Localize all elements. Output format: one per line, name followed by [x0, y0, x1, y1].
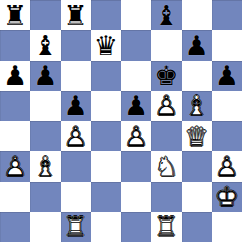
white-king-piece[interactable]: ♚: [215, 183, 239, 210]
square-f6[interactable]: ♚: [151, 61, 181, 91]
square-d4[interactable]: [91, 121, 121, 151]
square-e5[interactable]: ♟: [121, 91, 151, 121]
white-pawn-piece[interactable]: ♟: [64, 123, 88, 150]
white-bishop-piece[interactable]: ♝: [33, 153, 57, 180]
square-f7[interactable]: [151, 30, 181, 60]
square-a7[interactable]: [0, 30, 30, 60]
square-a3[interactable]: ♟: [0, 151, 30, 181]
white-queen-piece[interactable]: ♛: [185, 123, 209, 150]
white-pawn-piece[interactable]: ♟: [124, 123, 148, 150]
square-g3[interactable]: [182, 151, 212, 181]
square-b8[interactable]: [30, 0, 60, 30]
chess-board: ♜♜♝♝♛♟♟♟♚♟♟♟♟♝♟♟♛♟♝♞♟♚♜♜: [0, 0, 242, 242]
square-a4[interactable]: [0, 121, 30, 151]
black-rook-piece[interactable]: ♜: [3, 2, 27, 29]
white-pawn-piece[interactable]: ♟: [215, 153, 239, 180]
black-queen-piece[interactable]: ♛: [94, 32, 118, 59]
square-b4[interactable]: [30, 121, 60, 151]
square-c5[interactable]: ♟: [61, 91, 91, 121]
square-d2[interactable]: [91, 182, 121, 212]
square-h3[interactable]: ♟: [212, 151, 242, 181]
square-e6[interactable]: [121, 61, 151, 91]
square-h6[interactable]: ♟: [212, 61, 242, 91]
white-pawn-piece[interactable]: ♟: [3, 153, 27, 180]
square-g6[interactable]: [182, 61, 212, 91]
square-g8[interactable]: [182, 0, 212, 30]
square-a1[interactable]: [0, 212, 30, 242]
square-h4[interactable]: [212, 121, 242, 151]
white-pawn-piece[interactable]: ♟: [154, 92, 178, 119]
square-c3[interactable]: [61, 151, 91, 181]
square-b7[interactable]: ♝: [30, 30, 60, 60]
square-d1[interactable]: [91, 212, 121, 242]
square-f3[interactable]: ♞: [151, 151, 181, 181]
white-knight-piece[interactable]: ♞: [154, 153, 178, 180]
square-d5[interactable]: [91, 91, 121, 121]
square-d6[interactable]: [91, 61, 121, 91]
black-king-piece[interactable]: ♚: [154, 62, 178, 89]
square-a2[interactable]: [0, 182, 30, 212]
black-pawn-piece[interactable]: ♟: [215, 62, 239, 89]
square-g5[interactable]: ♝: [182, 91, 212, 121]
square-f2[interactable]: [151, 182, 181, 212]
square-e1[interactable]: [121, 212, 151, 242]
black-pawn-piece[interactable]: ♟: [185, 32, 209, 59]
square-g7[interactable]: ♟: [182, 30, 212, 60]
square-e8[interactable]: [121, 0, 151, 30]
black-pawn-piece[interactable]: ♟: [33, 62, 57, 89]
square-h8[interactable]: [212, 0, 242, 30]
square-b2[interactable]: [30, 182, 60, 212]
white-bishop-piece[interactable]: ♝: [185, 92, 209, 119]
square-f8[interactable]: ♝: [151, 0, 181, 30]
square-d7[interactable]: ♛: [91, 30, 121, 60]
square-f1[interactable]: ♜: [151, 212, 181, 242]
square-d3[interactable]: [91, 151, 121, 181]
square-h5[interactable]: [212, 91, 242, 121]
square-c7[interactable]: [61, 30, 91, 60]
black-bishop-piece[interactable]: ♝: [154, 2, 178, 29]
square-h2[interactable]: ♚: [212, 182, 242, 212]
square-c6[interactable]: [61, 61, 91, 91]
square-b3[interactable]: ♝: [30, 151, 60, 181]
square-c4[interactable]: ♟: [61, 121, 91, 151]
square-b1[interactable]: [30, 212, 60, 242]
square-d8[interactable]: [91, 0, 121, 30]
square-e7[interactable]: [121, 30, 151, 60]
square-g4[interactable]: ♛: [182, 121, 212, 151]
square-h7[interactable]: [212, 30, 242, 60]
black-pawn-piece[interactable]: ♟: [3, 62, 27, 89]
square-h1[interactable]: [212, 212, 242, 242]
black-pawn-piece[interactable]: ♟: [124, 92, 148, 119]
square-e3[interactable]: [121, 151, 151, 181]
square-a8[interactable]: ♜: [0, 0, 30, 30]
square-g1[interactable]: [182, 212, 212, 242]
square-f4[interactable]: [151, 121, 181, 151]
square-c1[interactable]: ♜: [61, 212, 91, 242]
square-a6[interactable]: ♟: [0, 61, 30, 91]
black-rook-piece[interactable]: ♜: [64, 2, 88, 29]
square-f5[interactable]: ♟: [151, 91, 181, 121]
black-bishop-piece[interactable]: ♝: [33, 32, 57, 59]
square-e4[interactable]: ♟: [121, 121, 151, 151]
white-rook-piece[interactable]: ♜: [64, 213, 88, 240]
white-rook-piece[interactable]: ♜: [154, 213, 178, 240]
square-e2[interactable]: [121, 182, 151, 212]
square-b5[interactable]: [30, 91, 60, 121]
square-c2[interactable]: [61, 182, 91, 212]
square-g2[interactable]: [182, 182, 212, 212]
square-b6[interactable]: ♟: [30, 61, 60, 91]
square-a5[interactable]: [0, 91, 30, 121]
square-c8[interactable]: ♜: [61, 0, 91, 30]
black-pawn-piece[interactable]: ♟: [64, 92, 88, 119]
